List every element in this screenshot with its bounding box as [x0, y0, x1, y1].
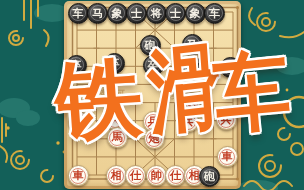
piece-glyph: 车 — [73, 7, 84, 18]
piece-black-卒[interactable]: 卒 — [183, 57, 204, 78]
piece-glyph: 卒 — [109, 57, 120, 68]
piece-red-炮[interactable]: 炮 — [180, 92, 201, 113]
piece-glyph: 馬 — [112, 132, 123, 143]
piece-red-馬[interactable]: 馬 — [107, 127, 128, 148]
piece-glyph: 炮 — [185, 97, 196, 108]
piece-black-车[interactable]: 车 — [204, 3, 225, 24]
piece-glyph: 仕 — [130, 170, 141, 181]
piece-black-卒[interactable]: 卒 — [66, 55, 87, 76]
piece-glyph: 相 — [111, 170, 122, 181]
piece-black-卒[interactable]: 卒 — [104, 53, 125, 74]
piece-glyph: 相 — [189, 170, 200, 181]
piece-black-卒[interactable]: 卒 — [220, 57, 241, 78]
piece-glyph: 士 — [170, 7, 181, 18]
piece-glyph: 卒 — [71, 59, 82, 70]
video-thumbnail: 楚河 漢界 车马象士将士象车砲马卒卒卒卒卒炮兵兵兵兵兵馬炮車車相仕帥仕相砲 铁 … — [0, 0, 304, 190]
piece-glyph: 兵 — [110, 114, 121, 125]
piece-glyph: 兵 — [73, 116, 84, 127]
piece-red-相[interactable]: 相 — [106, 165, 127, 186]
piece-black-将[interactable]: 将 — [146, 3, 167, 24]
piece-glyph: 卒 — [225, 61, 236, 72]
piece-red-車[interactable]: 車 — [68, 165, 89, 186]
piece-red-車[interactable]: 車 — [217, 146, 238, 167]
piece-glyph: 将 — [151, 7, 162, 18]
piece-red-帥[interactable]: 帥 — [146, 165, 167, 186]
piece-black-马[interactable]: 马 — [87, 3, 108, 24]
piece-black-士[interactable]: 士 — [165, 3, 186, 24]
piece-glyph: 士 — [131, 7, 142, 18]
piece-glyph: 車 — [222, 151, 233, 162]
piece-red-兵[interactable]: 兵 — [216, 109, 237, 130]
piece-black-象[interactable]: 象 — [107, 3, 128, 24]
piece-glyph: 象 — [112, 7, 123, 18]
piece-glyph: 卒 — [148, 59, 159, 70]
pieces-layer: 车马象士将士象车砲马卒卒卒卒卒炮兵兵兵兵兵馬炮車車相仕帥仕相砲 — [0, 0, 304, 190]
piece-glyph: 兵 — [148, 116, 159, 127]
piece-black-砲[interactable]: 砲 — [140, 35, 161, 56]
piece-red-兵[interactable]: 兵 — [68, 111, 89, 132]
piece-glyph: 炮 — [149, 133, 160, 144]
piece-glyph: 帥 — [151, 170, 162, 181]
piece-glyph: 卒 — [188, 61, 199, 72]
piece-glyph: 兵 — [183, 116, 194, 127]
piece-glyph: 车 — [209, 7, 220, 18]
piece-glyph: 車 — [73, 170, 84, 181]
piece-red-仕[interactable]: 仕 — [125, 165, 146, 186]
piece-glyph: 兵 — [221, 114, 232, 125]
piece-glyph: 砲 — [204, 171, 215, 182]
piece-black-卒[interactable]: 卒 — [143, 55, 164, 76]
piece-red-兵[interactable]: 兵 — [178, 111, 199, 132]
piece-black-马[interactable]: 马 — [182, 34, 203, 55]
piece-glyph: 砲 — [145, 39, 156, 50]
piece-black-砲[interactable]: 砲 — [199, 166, 220, 187]
piece-glyph: 马 — [92, 7, 103, 18]
piece-black-士[interactable]: 士 — [126, 3, 147, 24]
piece-glyph: 仕 — [170, 170, 181, 181]
piece-glyph: 马 — [187, 38, 198, 49]
piece-black-象[interactable]: 象 — [185, 3, 206, 24]
piece-black-车[interactable]: 车 — [68, 3, 89, 24]
piece-red-炮[interactable]: 炮 — [144, 128, 165, 149]
piece-red-仕[interactable]: 仕 — [165, 165, 186, 186]
piece-glyph: 象 — [190, 7, 201, 18]
